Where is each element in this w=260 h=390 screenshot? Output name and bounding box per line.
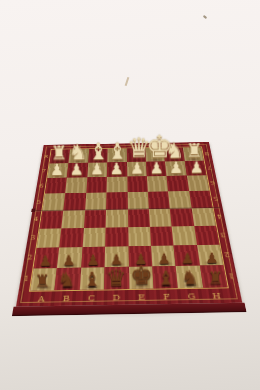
board-grid: ♜♞♝♝♛♚♞♜♟♟♟♟♟♟♟♟♟♟♟♟♟♟♟♟♜♞♝♛♚♝♞♜ [30, 147, 227, 291]
square-g3[interactable] [172, 226, 197, 246]
square-h4[interactable] [191, 208, 216, 226]
file-label-bottom-H: H [203, 287, 231, 303]
piece-dark-rook[interactable]: ♜ [30, 273, 55, 291]
square-g6[interactable] [167, 176, 189, 192]
square-c2[interactable]: ♟ [81, 246, 105, 267]
square-b5[interactable] [64, 193, 86, 210]
square-b4[interactable] [62, 210, 85, 228]
square-g2[interactable]: ♟ [174, 245, 200, 266]
square-e7[interactable]: ♟ [127, 162, 147, 177]
square-a5[interactable] [42, 193, 65, 210]
piece-white-pawn[interactable]: ♟ [47, 162, 67, 178]
piece-white-pawn[interactable]: ♟ [107, 161, 127, 177]
square-g7[interactable]: ♟ [165, 161, 186, 176]
piece-dark-pawn[interactable]: ♟ [33, 254, 57, 269]
square-a4[interactable] [40, 210, 64, 228]
photo-background: ♜♞♝♝♛♚♞♜♟♟♟♟♟♟♟♟♟♟♟♟♟♟♟♟♜♞♝♛♚♝♞♜ 8765432… [0, 0, 260, 390]
board-frame: ♜♞♝♝♛♚♞♜♟♟♟♟♟♟♟♟♟♟♟♟♟♟♟♟♜♞♝♛♚♝♞♜ 8765432… [16, 142, 242, 307]
square-b2[interactable]: ♟ [57, 247, 82, 268]
piece-dark-pawn[interactable]: ♟ [152, 251, 176, 266]
piece-dark-bishop[interactable]: ♝ [79, 270, 104, 290]
piece-white-pawn[interactable]: ♟ [147, 160, 167, 176]
piece-white-pawn[interactable]: ♟ [87, 161, 107, 177]
square-d5[interactable] [106, 192, 127, 209]
square-b1[interactable]: ♞ [55, 268, 81, 291]
piece-dark-king[interactable]: ♚ [128, 263, 153, 289]
square-g4[interactable] [170, 208, 194, 226]
square-d1[interactable]: ♛ [104, 267, 129, 290]
square-f4[interactable] [149, 208, 172, 226]
square-f3[interactable] [150, 226, 174, 246]
square-c1[interactable]: ♝ [80, 267, 105, 290]
square-d3[interactable] [105, 227, 128, 247]
piece-white-pawn[interactable]: ♟ [166, 160, 186, 176]
square-d7[interactable]: ♟ [107, 162, 127, 177]
square-e1[interactable]: ♚ [128, 266, 153, 289]
piece-white-pawn[interactable]: ♟ [127, 161, 147, 177]
piece-white-king[interactable]: ♚ [145, 131, 165, 162]
square-f1[interactable]: ♝ [152, 266, 178, 289]
rank-label-left-6: 6 [35, 178, 47, 194]
square-a6[interactable] [45, 178, 67, 194]
background-speck [203, 15, 207, 19]
file-label-bottom-D: D [104, 289, 129, 305]
rank-label-right-3: 3 [216, 225, 230, 244]
file-label-bottom-C: C [78, 289, 104, 305]
file-label-bottom-F: F [154, 288, 180, 304]
square-c3[interactable] [82, 227, 105, 247]
square-g1[interactable]: ♞ [176, 265, 203, 288]
square-f2[interactable]: ♟ [151, 245, 176, 266]
square-c5[interactable] [85, 193, 107, 210]
piece-dark-pawn[interactable]: ♟ [176, 251, 200, 266]
piece-white-pawn[interactable]: ♟ [67, 162, 87, 178]
board-perspective: ♜♞♝♝♛♚♞♜♟♟♟♟♟♟♟♟♟♟♟♟♟♟♟♟♜♞♝♛♚♝♞♜ 8765432… [16, 142, 242, 307]
piece-dark-pawn[interactable]: ♟ [57, 253, 81, 268]
chess-board: ♜♞♝♝♛♚♞♜♟♟♟♟♟♟♟♟♟♟♟♟♟♟♟♟♜♞♝♛♚♝♞♜ 8765432… [30, 114, 224, 308]
square-e5[interactable] [127, 192, 149, 209]
square-e3[interactable] [128, 227, 151, 247]
square-c4[interactable] [84, 209, 106, 227]
rank-label-right-8: 8 [201, 147, 213, 161]
piece-dark-rook[interactable]: ♜ [203, 270, 228, 288]
file-label-bottom-A: A [28, 290, 55, 306]
piece-dark-queen[interactable]: ♛ [104, 266, 129, 290]
square-e6[interactable] [127, 176, 148, 192]
square-b3[interactable] [60, 228, 84, 248]
square-a7[interactable]: ♟ [47, 163, 69, 178]
file-label-bottom-G: G [178, 288, 205, 304]
square-g5[interactable] [168, 191, 191, 208]
square-d6[interactable] [107, 177, 128, 193]
square-f7[interactable]: ♟ [146, 161, 167, 176]
square-d4[interactable] [106, 209, 128, 227]
piece-dark-knight[interactable]: ♞ [55, 270, 80, 290]
square-a3[interactable] [37, 228, 62, 248]
rank-label-right-7: 7 [204, 161, 216, 176]
square-e4[interactable] [127, 209, 149, 227]
square-h1[interactable]: ♜ [200, 265, 228, 288]
piece-dark-bishop[interactable]: ♝ [153, 269, 178, 289]
square-a2[interactable]: ♟ [34, 247, 60, 268]
file-label-bottom-E: E [129, 289, 155, 305]
piece-dark-knight[interactable]: ♞ [178, 268, 203, 288]
rank-label-right-6: 6 [206, 175, 219, 191]
piece-dark-pawn[interactable]: ♟ [81, 253, 105, 268]
piece-dark-pawn[interactable]: ♟ [199, 251, 223, 266]
square-f5[interactable] [148, 192, 170, 209]
square-b7[interactable]: ♟ [67, 163, 88, 178]
square-c7[interactable]: ♟ [87, 163, 107, 178]
rank-label-right-5: 5 [209, 191, 222, 208]
square-f6[interactable] [147, 176, 168, 192]
file-label-bottom-B: B [53, 290, 79, 306]
background-scratch [125, 77, 130, 86]
square-b6[interactable] [65, 177, 87, 193]
square-c6[interactable] [86, 177, 107, 193]
